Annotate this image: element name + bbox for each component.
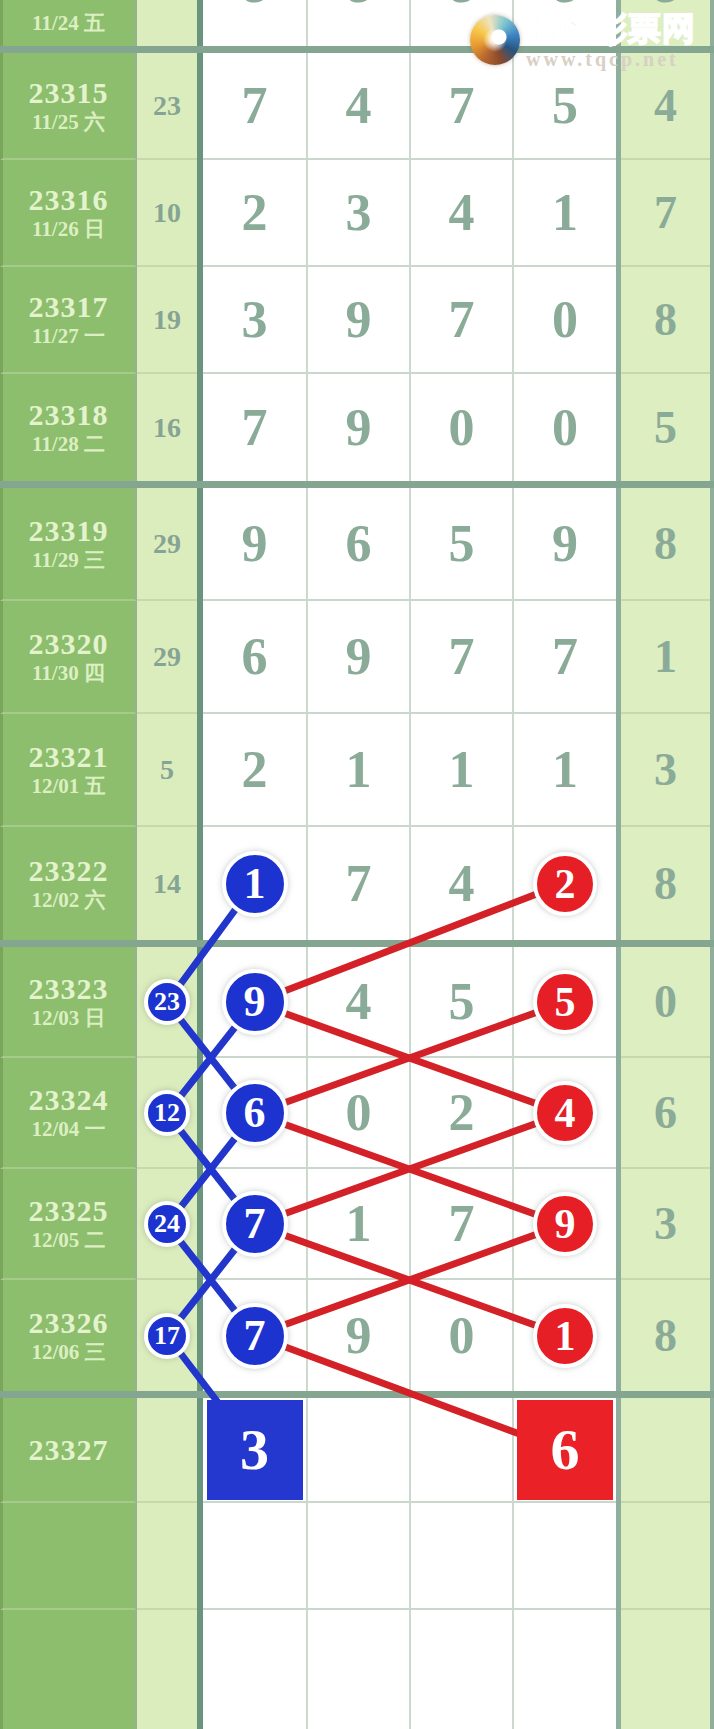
digit: 9: [346, 398, 372, 457]
sum-circle-blue: 12: [144, 1090, 190, 1136]
site-name: 特区彩票网: [526, 12, 696, 45]
trend-circle-red: 9: [533, 1192, 597, 1256]
digit: 7: [449, 1194, 475, 1253]
extra-digit: 8: [654, 1309, 677, 1362]
site-logo: 特区彩票网 www.tqcp.net: [470, 8, 714, 72]
sum-value: 14: [153, 868, 181, 900]
extra-digit: 8: [654, 857, 677, 910]
digit: 4: [449, 854, 475, 913]
digit: 7: [449, 290, 475, 349]
sum-value: 16: [153, 412, 181, 444]
extra-digit: 4: [654, 79, 677, 132]
digit: 1: [552, 183, 578, 242]
digit: 4: [449, 183, 475, 242]
digit: 5: [449, 972, 475, 1031]
draw-issue: 23320: [29, 628, 109, 660]
draw-date: 12/01 五: [31, 773, 105, 799]
digit: 0: [552, 290, 578, 349]
trend-circle-blue: 1: [222, 851, 288, 917]
digit: 7: [449, 627, 475, 686]
empty-row: [0, 1503, 714, 1610]
digit-cell: 8: [203, 0, 306, 46]
digit: 0: [449, 398, 475, 457]
sum-value: 10: [153, 197, 181, 229]
digit: 2: [449, 1083, 475, 1142]
table-row: 2332011/30 四 29 6 9 7 7 1: [0, 601, 714, 714]
draw-label-cell: 11/24 五: [0, 0, 137, 46]
digit: 6: [346, 514, 372, 573]
digit: 9: [346, 627, 372, 686]
sum-value: 5: [160, 754, 174, 786]
trend-circle-red: 4: [533, 1081, 597, 1145]
digit: 9: [552, 514, 578, 573]
draw-date: 12/05 二: [31, 1227, 105, 1253]
draw-issue: 23315: [29, 77, 109, 109]
digit: 3: [346, 183, 372, 242]
table-row: 2332412/04 一 12 6 0 2 4 6: [0, 1058, 714, 1169]
draw-date: 11/24 五: [32, 10, 105, 36]
digit: 5: [552, 76, 578, 135]
digit: 7: [346, 854, 372, 913]
draw-issue: 23323: [29, 973, 109, 1005]
table-row: 2332212/02 六 14 1 7 4 2 8: [0, 827, 714, 940]
group-separator: [0, 481, 714, 488]
draw-date: 11/29 三: [32, 547, 105, 573]
trend-circle-blue: 7: [222, 1303, 288, 1369]
digit: 1: [552, 740, 578, 799]
extra-digit: 3: [654, 1197, 677, 1250]
trend-circle-red: 1: [533, 1304, 597, 1368]
prediction-square-red: 6: [517, 1400, 613, 1500]
table-row: 2331911/29 三 29 9 6 5 9 8: [0, 488, 714, 601]
table-row: 2332112/01 五 5 2 1 1 1 3: [0, 714, 714, 827]
extra-digit: 8: [654, 293, 677, 346]
digit: 5: [449, 514, 475, 573]
digit-cell: 8: [306, 0, 409, 46]
trend-circle-blue: 9: [222, 969, 288, 1035]
extra-digit: 1: [654, 630, 677, 683]
digit: 7: [242, 398, 268, 457]
draw-date: 11/30 四: [32, 660, 105, 686]
draw-date: 11/28 二: [32, 431, 105, 457]
draw-date: 12/03 日: [31, 1005, 105, 1031]
trend-circle-red: 2: [533, 852, 597, 916]
draw-issue: 23322: [29, 855, 109, 887]
draw-issue: 23318: [29, 399, 109, 431]
sum-value: 29: [153, 641, 181, 673]
digit: 7: [242, 76, 268, 135]
digit: 4: [346, 76, 372, 135]
lottery-trend-chart: 11/24 五 8 8 8 8 8 2331511/25 六 23 7 4 7 …: [0, 0, 714, 1729]
extra-digit: 0: [654, 975, 677, 1028]
draw-issue: 23325: [29, 1195, 109, 1227]
prediction-row: 23327 3 6: [0, 1398, 714, 1503]
draw-issue: 23327: [29, 1434, 109, 1466]
table-row: 2332312/03 日 23 9 4 5 5 0: [0, 947, 714, 1058]
table-row: 2332612/06 三 17 7 9 0 1 8: [0, 1280, 714, 1391]
trend-circle-blue: 7: [222, 1191, 288, 1257]
extra-digit: 8: [654, 517, 677, 570]
trend-circle-red: 5: [533, 970, 597, 1034]
draw-date: 11/27 一: [32, 323, 105, 349]
extra-digit: 7: [654, 186, 677, 239]
sum-circle-blue: 24: [144, 1201, 190, 1247]
digit: 9: [346, 1306, 372, 1365]
digit: 0: [346, 1083, 372, 1142]
digit: 2: [242, 183, 268, 242]
digit: 1: [346, 740, 372, 799]
sum-value: 23: [153, 90, 181, 122]
digit: 1: [449, 740, 475, 799]
draw-issue: 23324: [29, 1084, 109, 1116]
digit: 4: [346, 972, 372, 1031]
digit: 0: [552, 398, 578, 457]
digit: 3: [242, 290, 268, 349]
draw-issue: 23326: [29, 1307, 109, 1339]
draw-issue: 23316: [29, 184, 109, 216]
trend-circle-blue: 6: [222, 1080, 288, 1146]
draw-date: 12/02 六: [31, 887, 105, 913]
logo-swirl-icon: [470, 15, 520, 65]
digit: 9: [242, 514, 268, 573]
draw-issue: 23319: [29, 515, 109, 547]
draw-date: 12/06 三: [31, 1339, 105, 1365]
clipped-digit: 8: [203, 0, 306, 11]
extra-digit: 6: [654, 1086, 677, 1139]
prediction-square-blue: 3: [207, 1400, 303, 1500]
sum-value: 19: [153, 304, 181, 336]
group-separator: [0, 940, 714, 947]
sum-value: 29: [153, 528, 181, 560]
table-row: 2331811/28 二 16 7 9 0 0 5: [0, 374, 714, 481]
digit: 7: [449, 76, 475, 135]
digit: 1: [346, 1194, 372, 1253]
clipped-digit: 8: [308, 0, 409, 11]
extra-digit: 5: [654, 401, 677, 454]
draw-date: 12/04 一: [31, 1116, 105, 1142]
digit: 7: [552, 627, 578, 686]
extra-digit: 3: [654, 743, 677, 796]
group-separator: [0, 1391, 714, 1398]
sum-circle-blue: 23: [144, 979, 190, 1025]
digit: 0: [449, 1306, 475, 1365]
digit: 2: [242, 740, 268, 799]
table-row: 2331611/26 日 10 2 3 4 1 7: [0, 160, 714, 267]
empty-row: [0, 1610, 714, 1729]
sum-circle-blue: 17: [144, 1313, 190, 1359]
draw-issue: 23321: [29, 741, 109, 773]
table-row: 2332512/05 二 24 7 1 7 9 3: [0, 1169, 714, 1280]
draw-issue: 23317: [29, 291, 109, 323]
digit: 6: [242, 627, 268, 686]
draw-date: 11/26 日: [32, 216, 105, 242]
site-url: www.tqcp.net: [526, 49, 696, 69]
digit: 9: [346, 290, 372, 349]
draw-date: 11/25 六: [32, 109, 105, 135]
table-row: 2331711/27 一 19 3 9 7 0 8: [0, 267, 714, 374]
